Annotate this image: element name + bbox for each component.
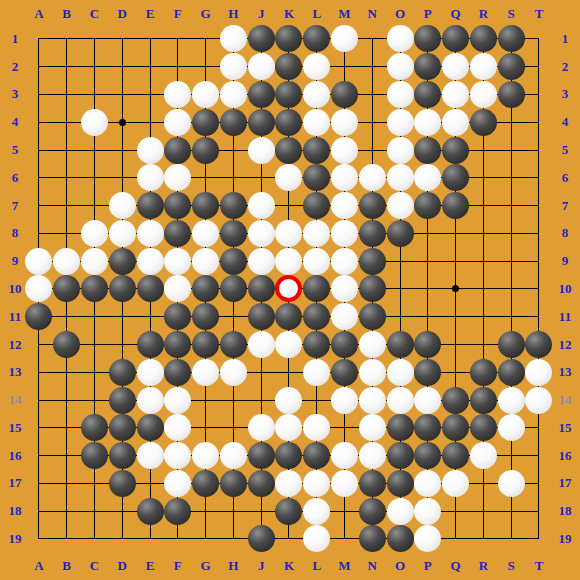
white-stone <box>470 442 497 469</box>
black-stone <box>331 359 358 386</box>
black-stone <box>220 275 247 302</box>
coordinate-label: G <box>201 6 211 22</box>
white-stone <box>137 164 164 191</box>
coordinate-label: 7 <box>12 198 19 214</box>
coordinate-label: 14 <box>559 392 572 408</box>
white-stone <box>303 53 330 80</box>
coordinate-label: S <box>508 558 515 574</box>
coordinate-label: B <box>62 6 71 22</box>
coordinate-label: 9 <box>12 253 19 269</box>
black-stone <box>220 220 247 247</box>
white-stone <box>164 414 191 441</box>
white-stone <box>275 248 302 275</box>
white-stone <box>387 387 414 414</box>
coordinate-label: 8 <box>562 225 569 241</box>
black-stone <box>248 109 275 136</box>
white-stone <box>248 53 275 80</box>
go-board[interactable]: AABBCCDDEEFFGGHHJJKKLLMMNNOOPPQQRRSSTT11… <box>0 0 580 580</box>
black-stone <box>359 303 386 330</box>
white-stone <box>192 220 219 247</box>
black-stone <box>442 387 469 414</box>
black-stone <box>414 331 441 358</box>
coordinate-label: B <box>62 558 71 574</box>
black-stone <box>275 53 302 80</box>
white-stone <box>137 220 164 247</box>
black-stone <box>248 303 275 330</box>
coordinate-label: M <box>338 558 350 574</box>
black-stone <box>498 25 525 52</box>
black-stone <box>248 442 275 469</box>
coordinate-label: O <box>395 558 405 574</box>
black-stone <box>248 525 275 552</box>
coordinate-label: 13 <box>559 364 572 380</box>
black-stone <box>109 387 136 414</box>
coordinate-label: Q <box>451 558 461 574</box>
coordinate-label: R <box>479 6 488 22</box>
coordinate-label: E <box>146 6 155 22</box>
black-stone <box>137 275 164 302</box>
coordinate-label: 5 <box>12 142 19 158</box>
white-stone <box>387 359 414 386</box>
white-stone <box>164 248 191 275</box>
white-stone <box>164 81 191 108</box>
black-stone <box>248 25 275 52</box>
white-stone <box>303 220 330 247</box>
black-stone <box>192 303 219 330</box>
black-stone <box>414 137 441 164</box>
coordinate-label: A <box>34 6 43 22</box>
coordinate-label: 17 <box>9 475 22 491</box>
white-stone <box>192 442 219 469</box>
white-stone <box>414 109 441 136</box>
white-stone <box>331 387 358 414</box>
coordinate-label: Q <box>451 6 461 22</box>
black-stone <box>220 470 247 497</box>
white-stone <box>387 137 414 164</box>
black-stone <box>137 414 164 441</box>
coordinate-label: C <box>90 558 99 574</box>
grid-line-vertical <box>511 38 512 539</box>
coordinate-label: T <box>535 6 544 22</box>
white-stone <box>498 387 525 414</box>
white-stone <box>331 164 358 191</box>
black-stone <box>248 81 275 108</box>
black-stone <box>164 331 191 358</box>
white-stone <box>359 442 386 469</box>
black-stone <box>387 470 414 497</box>
black-stone <box>470 387 497 414</box>
grid-line-horizontal <box>38 538 539 539</box>
white-stone <box>331 442 358 469</box>
white-stone <box>414 164 441 191</box>
black-stone <box>248 275 275 302</box>
white-stone <box>387 192 414 219</box>
white-stone <box>220 25 247 52</box>
black-stone <box>81 442 108 469</box>
coordinate-label: 11 <box>9 309 21 325</box>
black-stone <box>275 303 302 330</box>
coordinate-label: 18 <box>9 503 22 519</box>
coordinate-label: H <box>228 558 238 574</box>
black-stone <box>359 498 386 525</box>
coordinate-label: 5 <box>562 142 569 158</box>
black-stone <box>137 331 164 358</box>
white-stone <box>81 109 108 136</box>
black-stone <box>359 220 386 247</box>
white-stone <box>303 414 330 441</box>
white-stone <box>53 248 80 275</box>
white-stone <box>387 81 414 108</box>
coordinate-label: M <box>338 6 350 22</box>
black-stone <box>470 109 497 136</box>
black-stone <box>81 275 108 302</box>
white-stone <box>331 248 358 275</box>
white-stone <box>498 470 525 497</box>
black-stone <box>414 53 441 80</box>
white-stone <box>248 192 275 219</box>
black-stone <box>303 137 330 164</box>
white-stone <box>442 470 469 497</box>
black-stone <box>137 192 164 219</box>
black-stone <box>164 303 191 330</box>
black-stone <box>220 109 247 136</box>
coordinate-label: 12 <box>9 337 22 353</box>
white-stone <box>137 137 164 164</box>
black-stone <box>414 414 441 441</box>
black-stone <box>442 25 469 52</box>
black-stone <box>331 331 358 358</box>
coordinate-label: 11 <box>559 309 571 325</box>
coordinate-label: 19 <box>559 531 572 547</box>
black-stone <box>192 470 219 497</box>
white-stone <box>387 25 414 52</box>
white-stone <box>137 442 164 469</box>
white-stone <box>331 275 358 302</box>
white-stone <box>248 414 275 441</box>
black-stone <box>498 53 525 80</box>
white-stone <box>164 470 191 497</box>
coordinate-label: 16 <box>9 448 22 464</box>
black-stone <box>359 192 386 219</box>
white-stone <box>359 387 386 414</box>
coordinate-label: C <box>90 6 99 22</box>
white-stone <box>275 414 302 441</box>
black-stone <box>192 275 219 302</box>
coordinate-label: 6 <box>562 170 569 186</box>
black-stone <box>53 331 80 358</box>
black-stone <box>303 442 330 469</box>
black-stone <box>137 498 164 525</box>
black-stone <box>359 525 386 552</box>
black-stone <box>303 275 330 302</box>
black-stone <box>109 275 136 302</box>
black-stone <box>109 359 136 386</box>
white-stone <box>331 220 358 247</box>
coordinate-label: F <box>174 558 182 574</box>
coordinate-label: 15 <box>9 420 22 436</box>
coordinate-label: 15 <box>559 420 572 436</box>
black-stone <box>109 442 136 469</box>
white-stone <box>275 331 302 358</box>
coordinate-label: 2 <box>12 59 19 75</box>
black-stone <box>275 109 302 136</box>
black-stone <box>109 414 136 441</box>
white-stone <box>109 220 136 247</box>
black-stone <box>25 303 52 330</box>
coordinate-label: J <box>258 558 265 574</box>
black-stone <box>275 498 302 525</box>
white-stone <box>331 470 358 497</box>
white-stone <box>220 442 247 469</box>
star-point <box>119 119 126 126</box>
white-stone <box>248 331 275 358</box>
black-stone <box>442 192 469 219</box>
black-stone <box>220 248 247 275</box>
coordinate-label: 10 <box>559 281 572 297</box>
white-stone <box>164 275 191 302</box>
white-stone <box>470 81 497 108</box>
grid-line-vertical <box>538 38 539 539</box>
white-stone <box>192 248 219 275</box>
black-stone <box>414 192 441 219</box>
white-stone <box>303 109 330 136</box>
white-stone <box>387 53 414 80</box>
black-stone <box>275 25 302 52</box>
white-stone <box>275 470 302 497</box>
coordinate-label: 14 <box>9 392 22 408</box>
coordinate-label: K <box>284 6 294 22</box>
coordinate-label: E <box>146 558 155 574</box>
coordinate-label: H <box>228 6 238 22</box>
coordinate-label: 9 <box>562 253 569 269</box>
coordinate-label: 19 <box>9 531 22 547</box>
coordinate-label: O <box>395 6 405 22</box>
black-stone <box>303 164 330 191</box>
coordinate-label: L <box>312 558 321 574</box>
black-stone <box>387 442 414 469</box>
white-stone <box>164 164 191 191</box>
black-stone <box>387 414 414 441</box>
coordinate-label: 1 <box>562 31 569 47</box>
white-stone <box>164 387 191 414</box>
white-stone <box>275 164 302 191</box>
white-stone <box>137 387 164 414</box>
white-stone <box>359 359 386 386</box>
black-stone <box>498 359 525 386</box>
black-stone <box>220 331 247 358</box>
white-stone <box>137 248 164 275</box>
coordinate-label: T <box>535 558 544 574</box>
coordinate-label: R <box>479 558 488 574</box>
white-stone <box>525 387 552 414</box>
white-stone <box>137 359 164 386</box>
coordinate-label: 4 <box>562 114 569 130</box>
white-stone <box>470 53 497 80</box>
coordinate-label: 4 <box>12 114 19 130</box>
white-stone <box>331 137 358 164</box>
white-stone <box>303 525 330 552</box>
coordinate-label: P <box>424 558 432 574</box>
white-stone <box>220 81 247 108</box>
white-stone <box>81 248 108 275</box>
coordinate-label: S <box>508 6 515 22</box>
star-point <box>452 285 459 292</box>
white-stone <box>164 109 191 136</box>
white-stone <box>220 53 247 80</box>
black-stone <box>470 25 497 52</box>
coordinate-label: 2 <box>562 59 569 75</box>
white-stone <box>248 220 275 247</box>
white-stone <box>414 498 441 525</box>
black-stone <box>359 275 386 302</box>
white-stone <box>109 192 136 219</box>
white-stone <box>359 164 386 191</box>
coordinate-label: D <box>118 6 127 22</box>
black-stone <box>248 470 275 497</box>
black-stone <box>470 359 497 386</box>
white-stone <box>275 387 302 414</box>
coordinate-label: 12 <box>559 337 572 353</box>
black-stone <box>414 359 441 386</box>
black-stone <box>359 470 386 497</box>
black-stone <box>331 81 358 108</box>
coordinate-label: 1 <box>12 31 19 47</box>
white-stone <box>192 359 219 386</box>
coordinate-label: 18 <box>559 503 572 519</box>
coordinate-label: N <box>368 558 377 574</box>
black-stone <box>303 331 330 358</box>
coordinate-label: L <box>312 6 321 22</box>
black-stone <box>109 470 136 497</box>
black-stone <box>498 331 525 358</box>
black-stone <box>442 137 469 164</box>
marked-stone-red-circle <box>275 275 302 302</box>
coordinate-label: 3 <box>12 86 19 102</box>
black-stone <box>164 220 191 247</box>
black-stone <box>192 109 219 136</box>
black-stone <box>303 192 330 219</box>
coordinate-label: N <box>368 6 377 22</box>
black-stone <box>109 248 136 275</box>
black-stone <box>414 442 441 469</box>
white-stone <box>25 248 52 275</box>
black-stone <box>442 164 469 191</box>
black-stone <box>498 81 525 108</box>
white-stone <box>248 248 275 275</box>
white-stone <box>498 414 525 441</box>
black-stone <box>387 220 414 247</box>
white-stone <box>414 387 441 414</box>
coordinate-label: F <box>174 6 182 22</box>
white-stone <box>303 498 330 525</box>
white-stone <box>303 81 330 108</box>
black-stone <box>164 359 191 386</box>
black-stone <box>387 331 414 358</box>
coordinate-label: 8 <box>12 225 19 241</box>
white-stone <box>525 359 552 386</box>
black-stone <box>192 331 219 358</box>
black-stone <box>275 442 302 469</box>
coordinate-label: 13 <box>9 364 22 380</box>
coordinate-label: 17 <box>559 475 572 491</box>
white-stone <box>81 220 108 247</box>
black-stone <box>81 414 108 441</box>
white-stone <box>192 81 219 108</box>
black-stone <box>387 525 414 552</box>
white-stone <box>331 303 358 330</box>
black-stone <box>525 331 552 358</box>
white-stone <box>25 275 52 302</box>
white-stone <box>331 192 358 219</box>
black-stone <box>192 137 219 164</box>
coordinate-label: 7 <box>562 198 569 214</box>
coordinate-label: A <box>34 558 43 574</box>
white-stone <box>442 109 469 136</box>
white-stone <box>387 498 414 525</box>
black-stone <box>164 137 191 164</box>
white-stone <box>414 525 441 552</box>
black-stone <box>442 414 469 441</box>
white-stone <box>442 81 469 108</box>
black-stone <box>220 192 247 219</box>
black-stone <box>303 303 330 330</box>
white-stone <box>248 137 275 164</box>
black-stone <box>275 81 302 108</box>
white-stone <box>359 331 386 358</box>
white-stone <box>164 442 191 469</box>
white-stone <box>387 109 414 136</box>
black-stone <box>414 81 441 108</box>
black-stone <box>470 414 497 441</box>
coordinate-label: K <box>284 558 294 574</box>
white-stone <box>303 359 330 386</box>
white-stone <box>387 164 414 191</box>
coordinate-label: J <box>258 6 265 22</box>
coordinate-label: 6 <box>12 170 19 186</box>
coordinate-label: D <box>118 558 127 574</box>
black-stone <box>53 275 80 302</box>
black-stone <box>303 25 330 52</box>
white-stone <box>359 414 386 441</box>
black-stone <box>442 442 469 469</box>
coordinate-label: P <box>424 6 432 22</box>
black-stone <box>414 25 441 52</box>
coordinate-label: G <box>201 558 211 574</box>
coordinate-label: 10 <box>9 281 22 297</box>
black-stone <box>359 248 386 275</box>
black-stone <box>192 192 219 219</box>
black-stone <box>164 498 191 525</box>
white-stone <box>303 248 330 275</box>
white-stone <box>331 25 358 52</box>
black-stone <box>275 137 302 164</box>
coordinate-label: 16 <box>559 448 572 464</box>
white-stone <box>275 220 302 247</box>
black-stone <box>164 192 191 219</box>
coordinate-label: 3 <box>562 86 569 102</box>
white-stone <box>303 470 330 497</box>
white-stone <box>442 53 469 80</box>
white-stone <box>220 359 247 386</box>
white-stone <box>414 470 441 497</box>
white-stone <box>331 109 358 136</box>
